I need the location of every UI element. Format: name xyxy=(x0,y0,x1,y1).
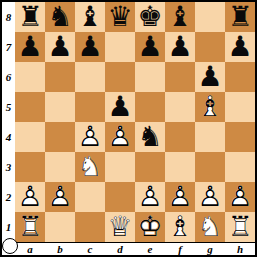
square-h7[interactable]: ♟ xyxy=(225,32,255,62)
square-b7[interactable]: ♟ xyxy=(45,32,75,62)
square-a8[interactable]: ♜ xyxy=(15,2,45,32)
white-knight[interactable]: ♞♘ xyxy=(195,212,225,242)
white-pawn[interactable]: ♟♙ xyxy=(135,182,165,212)
square-c4[interactable]: ♟♙ xyxy=(75,122,105,152)
square-b1[interactable] xyxy=(45,212,75,242)
square-h2[interactable]: ♟♙ xyxy=(225,182,255,212)
square-c2[interactable] xyxy=(75,182,105,212)
rank-label-5: 5 xyxy=(2,92,15,122)
black-pawn[interactable]: ♟ xyxy=(105,92,135,122)
square-h8[interactable]: ♜ xyxy=(225,2,255,32)
file-label-d: d xyxy=(105,243,135,255)
black-rook[interactable]: ♜ xyxy=(225,2,255,32)
square-h1[interactable]: ♜♖ xyxy=(225,212,255,242)
white-pawn[interactable]: ♟♙ xyxy=(165,182,195,212)
rank-label-7: 7 xyxy=(2,32,15,62)
square-g2[interactable]: ♟♙ xyxy=(195,182,225,212)
rank-label-8: 8 xyxy=(2,2,15,32)
white-king[interactable]: ♚♔ xyxy=(135,212,165,242)
white-knight[interactable]: ♞♘ xyxy=(75,152,105,182)
black-pawn[interactable]: ♟ xyxy=(15,32,45,62)
rank-label-3: 3 xyxy=(2,152,15,182)
file-label-e: e xyxy=(135,243,165,255)
square-h5[interactable] xyxy=(225,92,255,122)
square-g1[interactable]: ♞♘ xyxy=(195,212,225,242)
square-a5[interactable] xyxy=(15,92,45,122)
white-pawn[interactable]: ♟♙ xyxy=(225,182,255,212)
square-f6[interactable] xyxy=(165,62,195,92)
square-c6[interactable] xyxy=(75,62,105,92)
white-pawn[interactable]: ♟♙ xyxy=(45,182,75,212)
black-pawn[interactable]: ♟ xyxy=(75,32,105,62)
square-f3[interactable] xyxy=(165,152,195,182)
square-f1[interactable]: ♝♗ xyxy=(165,212,195,242)
square-c5[interactable] xyxy=(75,92,105,122)
square-g3[interactable] xyxy=(195,152,225,182)
square-b5[interactable] xyxy=(45,92,75,122)
file-label-h: h xyxy=(225,243,255,255)
file-label-b: b xyxy=(45,243,75,255)
square-d2[interactable] xyxy=(105,182,135,212)
white-rook[interactable]: ♜♖ xyxy=(225,212,255,242)
black-knight[interactable]: ♞ xyxy=(135,122,165,152)
square-d4[interactable]: ♟♙ xyxy=(105,122,135,152)
square-b8[interactable]: ♞ xyxy=(45,2,75,32)
file-label-a: a xyxy=(15,243,45,255)
white-pawn[interactable]: ♟♙ xyxy=(75,122,105,152)
square-e1[interactable]: ♚♔ xyxy=(135,212,165,242)
black-bishop[interactable]: ♝ xyxy=(165,2,195,32)
square-f8[interactable]: ♝ xyxy=(165,2,195,32)
white-bishop[interactable]: ♝♗ xyxy=(195,92,225,122)
black-bishop[interactable]: ♝ xyxy=(75,2,105,32)
black-rook[interactable]: ♜ xyxy=(15,2,45,32)
square-h6[interactable] xyxy=(225,62,255,92)
square-e2[interactable]: ♟♙ xyxy=(135,182,165,212)
black-queen[interactable]: ♛ xyxy=(105,2,135,32)
square-a1[interactable]: ♜♖ xyxy=(15,212,45,242)
white-pawn[interactable]: ♟♙ xyxy=(15,182,45,212)
square-c8[interactable]: ♝ xyxy=(75,2,105,32)
square-g8[interactable] xyxy=(195,2,225,32)
square-d8[interactable]: ♛ xyxy=(105,2,135,32)
black-king[interactable]: ♚ xyxy=(135,2,165,32)
square-d5[interactable]: ♟ xyxy=(105,92,135,122)
white-to-move-indicator xyxy=(2,238,18,254)
square-a2[interactable]: ♟♙ xyxy=(15,182,45,212)
black-pawn[interactable]: ♟ xyxy=(225,32,255,62)
file-label-c: c xyxy=(75,243,105,255)
square-e5[interactable] xyxy=(135,92,165,122)
square-e4[interactable]: ♞ xyxy=(135,122,165,152)
square-h4[interactable] xyxy=(225,122,255,152)
square-c3[interactable]: ♞♘ xyxy=(75,152,105,182)
chess-diagram: ♜♞♝♛♚♝♜♟♟♟♟♟♟♟♟♝♗♟♙♟♙♞♞♘♟♙♟♙♟♙♟♙♟♙♟♙♜♖♛♕… xyxy=(0,0,257,257)
square-d7[interactable] xyxy=(105,32,135,62)
square-e8[interactable]: ♚ xyxy=(135,2,165,32)
square-e3[interactable] xyxy=(135,152,165,182)
square-b6[interactable] xyxy=(45,62,75,92)
square-b3[interactable] xyxy=(45,152,75,182)
square-a4[interactable] xyxy=(15,122,45,152)
black-pawn[interactable]: ♟ xyxy=(195,62,225,92)
square-d6[interactable] xyxy=(105,62,135,92)
square-e7[interactable]: ♟ xyxy=(135,32,165,62)
square-f2[interactable]: ♟♙ xyxy=(165,182,195,212)
square-a3[interactable] xyxy=(15,152,45,182)
white-bishop[interactable]: ♝♗ xyxy=(165,212,195,242)
square-c1[interactable] xyxy=(75,212,105,242)
square-b2[interactable]: ♟♙ xyxy=(45,182,75,212)
square-f4[interactable] xyxy=(165,122,195,152)
square-a6[interactable] xyxy=(15,62,45,92)
black-pawn[interactable]: ♟ xyxy=(165,32,195,62)
white-queen[interactable]: ♛♕ xyxy=(105,212,135,242)
square-g5[interactable]: ♝♗ xyxy=(195,92,225,122)
square-h3[interactable] xyxy=(225,152,255,182)
rank-label-6: 6 xyxy=(2,62,15,92)
square-g7[interactable] xyxy=(195,32,225,62)
square-f7[interactable]: ♟ xyxy=(165,32,195,62)
chess-board: ♜♞♝♛♚♝♜♟♟♟♟♟♟♟♟♝♗♟♙♟♙♞♞♘♟♙♟♙♟♙♟♙♟♙♟♙♜♖♛♕… xyxy=(15,2,255,243)
rank-label-4: 4 xyxy=(2,122,15,152)
white-pawn[interactable]: ♟♙ xyxy=(105,122,135,152)
black-pawn[interactable]: ♟ xyxy=(135,32,165,62)
square-f5[interactable] xyxy=(165,92,195,122)
square-b4[interactable] xyxy=(45,122,75,152)
square-a7[interactable]: ♟ xyxy=(15,32,45,62)
rank-label-2: 2 xyxy=(2,182,15,212)
square-g4[interactable] xyxy=(195,122,225,152)
file-label-g: g xyxy=(195,243,225,255)
square-g6[interactable]: ♟ xyxy=(195,62,225,92)
black-knight[interactable]: ♞ xyxy=(45,2,75,32)
square-d3[interactable] xyxy=(105,152,135,182)
square-c7[interactable]: ♟ xyxy=(75,32,105,62)
white-pawn[interactable]: ♟♙ xyxy=(195,182,225,212)
file-label-f: f xyxy=(165,243,195,255)
square-d1[interactable]: ♛♕ xyxy=(105,212,135,242)
black-pawn[interactable]: ♟ xyxy=(45,32,75,62)
white-rook[interactable]: ♜♖ xyxy=(15,212,45,242)
square-e6[interactable] xyxy=(135,62,165,92)
